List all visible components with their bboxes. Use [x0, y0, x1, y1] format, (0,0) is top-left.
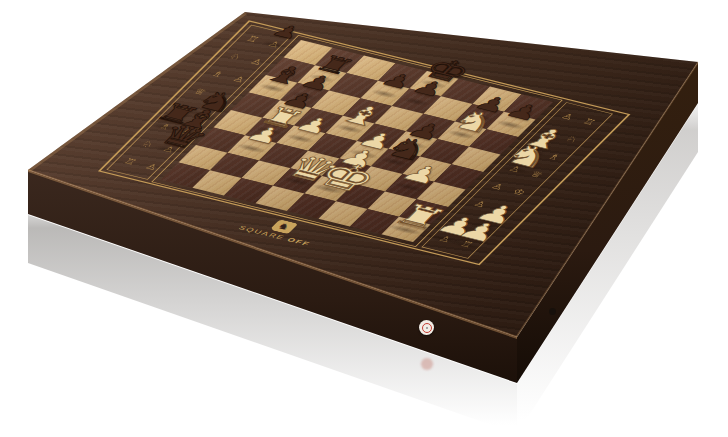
- dc-port-icon: [549, 308, 556, 315]
- product-scene: ♞ SQUARE OFF ♖♙♘♙♗♙♕♙♔♙♗♙♘♙♖♙♖♙♘♙♗♙♕♙♔♙♗…: [0, 0, 728, 437]
- power-button-dot: [426, 327, 428, 329]
- power-button[interactable]: [419, 320, 434, 335]
- reflection-power-button: [421, 358, 433, 370]
